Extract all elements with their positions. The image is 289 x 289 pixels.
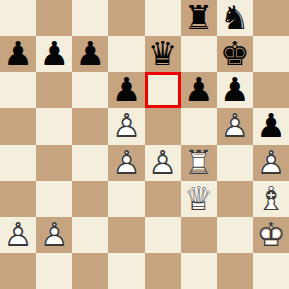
chess-board-widget: ♜♞♟♟♟♛♚♟♟♟♟♙♟♙♟♟♙♟♙♜♖♟♙♛♕♝♗♟♙♟♙♚♔ bbox=[0, 0, 289, 289]
square-h5[interactable]: ♟ bbox=[253, 108, 289, 144]
square-d5[interactable]: ♟♙ bbox=[108, 108, 144, 144]
black-king[interactable]: ♚ bbox=[217, 36, 253, 72]
square-f5[interactable] bbox=[181, 108, 217, 144]
square-a1[interactable] bbox=[0, 253, 36, 289]
black-pawn-glyph: ♟ bbox=[253, 108, 289, 144]
white-pawn-glyph: ♟ bbox=[36, 217, 72, 253]
square-d3[interactable] bbox=[108, 181, 144, 217]
square-c1[interactable] bbox=[72, 253, 108, 289]
black-pawn[interactable]: ♟ bbox=[36, 36, 72, 72]
square-d8[interactable] bbox=[108, 0, 144, 36]
white-pawn-glyph: ♟ bbox=[145, 145, 181, 181]
square-d1[interactable] bbox=[108, 253, 144, 289]
square-d6[interactable]: ♟ bbox=[108, 72, 144, 108]
square-d4[interactable]: ♟♙ bbox=[108, 145, 144, 181]
square-g3[interactable] bbox=[217, 181, 253, 217]
chess-board: ♜♞♟♟♟♛♚♟♟♟♟♙♟♙♟♟♙♟♙♜♖♟♙♛♕♝♗♟♙♟♙♚♔ bbox=[0, 0, 289, 289]
square-e5[interactable] bbox=[145, 108, 181, 144]
square-c5[interactable] bbox=[72, 108, 108, 144]
square-b1[interactable] bbox=[36, 253, 72, 289]
square-e2[interactable] bbox=[145, 217, 181, 253]
black-rook[interactable]: ♜ bbox=[181, 0, 217, 36]
white-rook[interactable]: ♜♖ bbox=[181, 145, 217, 181]
square-c7[interactable]: ♟ bbox=[72, 36, 108, 72]
square-h3[interactable]: ♝♗ bbox=[253, 181, 289, 217]
square-b7[interactable]: ♟ bbox=[36, 36, 72, 72]
white-queen-outline: ♕ bbox=[181, 181, 217, 217]
white-pawn-outline: ♙ bbox=[0, 217, 36, 253]
white-bishop-glyph: ♝ bbox=[253, 181, 289, 217]
black-pawn-glyph: ♟ bbox=[72, 36, 108, 72]
square-d7[interactable] bbox=[108, 36, 144, 72]
square-b6[interactable] bbox=[36, 72, 72, 108]
square-h1[interactable] bbox=[253, 253, 289, 289]
square-e6[interactable] bbox=[145, 72, 181, 108]
black-queen[interactable]: ♛ bbox=[145, 36, 181, 72]
white-pawn[interactable]: ♟♙ bbox=[217, 108, 253, 144]
white-bishop[interactable]: ♝♗ bbox=[253, 181, 289, 217]
square-a5[interactable] bbox=[0, 108, 36, 144]
black-knight-glyph: ♞ bbox=[217, 0, 253, 36]
square-e1[interactable] bbox=[145, 253, 181, 289]
square-b5[interactable] bbox=[36, 108, 72, 144]
square-b2[interactable]: ♟♙ bbox=[36, 217, 72, 253]
square-h2[interactable]: ♚♔ bbox=[253, 217, 289, 253]
white-pawn-glyph: ♟ bbox=[108, 108, 144, 144]
square-c6[interactable] bbox=[72, 72, 108, 108]
black-pawn[interactable]: ♟ bbox=[108, 72, 144, 108]
white-king-glyph: ♚ bbox=[253, 217, 289, 253]
white-pawn-glyph: ♟ bbox=[0, 217, 36, 253]
square-h6[interactable] bbox=[253, 72, 289, 108]
white-rook-outline: ♖ bbox=[181, 145, 217, 181]
square-g1[interactable] bbox=[217, 253, 253, 289]
black-pawn[interactable]: ♟ bbox=[181, 72, 217, 108]
white-pawn[interactable]: ♟♙ bbox=[108, 108, 144, 144]
square-e3[interactable] bbox=[145, 181, 181, 217]
white-pawn-outline: ♙ bbox=[253, 145, 289, 181]
square-a3[interactable] bbox=[0, 181, 36, 217]
black-king-glyph: ♚ bbox=[217, 36, 253, 72]
square-e4[interactable]: ♟♙ bbox=[145, 145, 181, 181]
square-a8[interactable] bbox=[0, 0, 36, 36]
white-pawn-outline: ♙ bbox=[108, 145, 144, 181]
square-f3[interactable]: ♛♕ bbox=[181, 181, 217, 217]
white-king-outline: ♔ bbox=[253, 217, 289, 253]
square-f8[interactable]: ♜ bbox=[181, 0, 217, 36]
square-a7[interactable]: ♟ bbox=[0, 36, 36, 72]
white-pawn[interactable]: ♟♙ bbox=[253, 145, 289, 181]
square-d2[interactable] bbox=[108, 217, 144, 253]
white-queen[interactable]: ♛♕ bbox=[181, 181, 217, 217]
white-pawn-outline: ♙ bbox=[217, 108, 253, 144]
square-h8[interactable] bbox=[253, 0, 289, 36]
square-a6[interactable] bbox=[0, 72, 36, 108]
white-queen-glyph: ♛ bbox=[181, 181, 217, 217]
white-pawn[interactable]: ♟♙ bbox=[36, 217, 72, 253]
white-rook-glyph: ♜ bbox=[181, 145, 217, 181]
white-pawn-glyph: ♟ bbox=[253, 145, 289, 181]
square-g4[interactable] bbox=[217, 145, 253, 181]
square-c2[interactable] bbox=[72, 217, 108, 253]
square-f4[interactable]: ♜♖ bbox=[181, 145, 217, 181]
square-g7[interactable]: ♚ bbox=[217, 36, 253, 72]
white-pawn[interactable]: ♟♙ bbox=[108, 145, 144, 181]
square-c8[interactable] bbox=[72, 0, 108, 36]
white-bishop-outline: ♗ bbox=[253, 181, 289, 217]
black-queen-glyph: ♛ bbox=[145, 36, 181, 72]
square-g2[interactable] bbox=[217, 217, 253, 253]
white-pawn-glyph: ♟ bbox=[108, 145, 144, 181]
square-e7[interactable]: ♛ bbox=[145, 36, 181, 72]
square-f1[interactable] bbox=[181, 253, 217, 289]
white-pawn-outline: ♙ bbox=[108, 108, 144, 144]
black-pawn[interactable]: ♟ bbox=[253, 108, 289, 144]
black-pawn[interactable]: ♟ bbox=[217, 72, 253, 108]
white-pawn-outline: ♙ bbox=[36, 217, 72, 253]
square-g5[interactable]: ♟♙ bbox=[217, 108, 253, 144]
black-rook-glyph: ♜ bbox=[181, 0, 217, 36]
square-f6[interactable]: ♟ bbox=[181, 72, 217, 108]
square-h4[interactable]: ♟♙ bbox=[253, 145, 289, 181]
black-pawn-glyph: ♟ bbox=[217, 72, 253, 108]
square-g8[interactable]: ♞ bbox=[217, 0, 253, 36]
square-b8[interactable] bbox=[36, 0, 72, 36]
white-pawn[interactable]: ♟♙ bbox=[145, 145, 181, 181]
square-a4[interactable] bbox=[0, 145, 36, 181]
square-a2[interactable]: ♟♙ bbox=[0, 217, 36, 253]
black-pawn-glyph: ♟ bbox=[181, 72, 217, 108]
square-h7[interactable] bbox=[253, 36, 289, 72]
square-f7[interactable] bbox=[181, 36, 217, 72]
black-pawn-glyph: ♟ bbox=[108, 72, 144, 108]
square-c4[interactable] bbox=[72, 145, 108, 181]
square-b4[interactable] bbox=[36, 145, 72, 181]
square-e8[interactable] bbox=[145, 0, 181, 36]
black-pawn[interactable]: ♟ bbox=[0, 36, 36, 72]
black-pawn-glyph: ♟ bbox=[36, 36, 72, 72]
white-pawn[interactable]: ♟♙ bbox=[0, 217, 36, 253]
square-g6[interactable]: ♟ bbox=[217, 72, 253, 108]
square-f2[interactable] bbox=[181, 217, 217, 253]
white-pawn-outline: ♙ bbox=[145, 145, 181, 181]
black-knight[interactable]: ♞ bbox=[217, 0, 253, 36]
square-b3[interactable] bbox=[36, 181, 72, 217]
black-pawn-glyph: ♟ bbox=[0, 36, 36, 72]
black-pawn[interactable]: ♟ bbox=[72, 36, 108, 72]
square-c3[interactable] bbox=[72, 181, 108, 217]
white-king[interactable]: ♚♔ bbox=[253, 217, 289, 253]
white-pawn-glyph: ♟ bbox=[217, 108, 253, 144]
